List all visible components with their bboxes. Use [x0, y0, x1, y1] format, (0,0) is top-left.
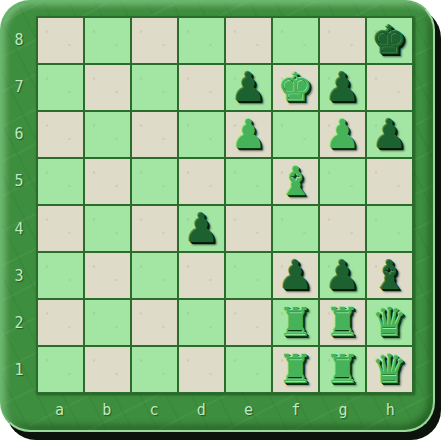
square-f3[interactable]: ♟ — [273, 253, 318, 298]
file-label-c: c — [131, 394, 178, 426]
square-h3[interactable]: ♝ — [367, 253, 412, 298]
square-b4[interactable] — [85, 206, 130, 251]
rank-label-4: 4 — [2, 205, 36, 252]
square-d6[interactable] — [179, 112, 224, 157]
piece-black-pawn[interactable]: ♟ — [372, 112, 408, 157]
piece-black-pawn[interactable]: ♟ — [325, 65, 361, 110]
file-label-h: h — [367, 394, 414, 426]
square-h7[interactable] — [367, 65, 412, 110]
piece-white-queen[interactable]: ♛ — [372, 347, 408, 392]
square-c1[interactable] — [132, 347, 177, 392]
square-e7[interactable]: ♟ — [226, 65, 271, 110]
square-e2[interactable] — [226, 300, 271, 345]
square-d8[interactable] — [179, 18, 224, 63]
square-f2[interactable]: ♜ — [273, 300, 318, 345]
square-b7[interactable] — [85, 65, 130, 110]
square-d7[interactable] — [179, 65, 224, 110]
rank-label-3: 3 — [2, 252, 36, 299]
square-c8[interactable] — [132, 18, 177, 63]
square-e6[interactable]: ♟ — [226, 112, 271, 157]
square-g7[interactable]: ♟ — [320, 65, 365, 110]
piece-white-king[interactable]: ♚ — [278, 65, 314, 110]
square-c6[interactable] — [132, 112, 177, 157]
square-f4[interactable] — [273, 206, 318, 251]
square-d3[interactable] — [179, 253, 224, 298]
square-e3[interactable] — [226, 253, 271, 298]
piece-white-rook[interactable]: ♜ — [278, 347, 314, 392]
square-b3[interactable] — [85, 253, 130, 298]
square-a8[interactable] — [38, 18, 83, 63]
page-root: 87654321 abcdefgh ♚♟♚♟♟♟♟♝♟♟♟♝♜♜♛♜♜♛ — [0, 0, 444, 442]
square-a5[interactable] — [38, 159, 83, 204]
file-label-f: f — [272, 394, 319, 426]
rank-label-7: 7 — [2, 63, 36, 110]
rank-label-6: 6 — [2, 111, 36, 158]
chess-board: ♚♟♚♟♟♟♟♝♟♟♟♝♜♜♛♜♜♛ — [36, 16, 414, 394]
file-label-a: a — [36, 394, 83, 426]
square-a2[interactable] — [38, 300, 83, 345]
square-c4[interactable] — [132, 206, 177, 251]
square-g5[interactable] — [320, 159, 365, 204]
square-b2[interactable] — [85, 300, 130, 345]
file-label-b: b — [83, 394, 130, 426]
piece-white-bishop[interactable]: ♝ — [278, 159, 314, 204]
square-c7[interactable] — [132, 65, 177, 110]
piece-black-pawn[interactable]: ♟ — [278, 253, 314, 298]
file-labels: abcdefgh — [36, 394, 414, 426]
square-d5[interactable] — [179, 159, 224, 204]
square-d2[interactable] — [179, 300, 224, 345]
file-label-g: g — [320, 394, 367, 426]
square-c5[interactable] — [132, 159, 177, 204]
file-label-e: e — [225, 394, 272, 426]
square-g3[interactable]: ♟ — [320, 253, 365, 298]
square-d4[interactable]: ♟ — [179, 206, 224, 251]
square-g6[interactable]: ♟ — [320, 112, 365, 157]
square-f5[interactable]: ♝ — [273, 159, 318, 204]
rank-label-2: 2 — [2, 300, 36, 347]
square-f6[interactable] — [273, 112, 318, 157]
square-c2[interactable] — [132, 300, 177, 345]
rank-labels: 87654321 — [2, 16, 36, 394]
rank-label-1: 1 — [2, 347, 36, 394]
square-a3[interactable] — [38, 253, 83, 298]
square-e8[interactable] — [226, 18, 271, 63]
square-h8[interactable]: ♚ — [367, 18, 412, 63]
square-d1[interactable] — [179, 347, 224, 392]
square-g2[interactable]: ♜ — [320, 300, 365, 345]
square-b1[interactable] — [85, 347, 130, 392]
piece-black-bishop[interactable]: ♝ — [372, 253, 408, 298]
square-g1[interactable]: ♜ — [320, 347, 365, 392]
square-h6[interactable]: ♟ — [367, 112, 412, 157]
piece-black-king[interactable]: ♚ — [372, 18, 408, 63]
square-h4[interactable] — [367, 206, 412, 251]
piece-white-queen[interactable]: ♛ — [372, 300, 408, 345]
square-b5[interactable] — [85, 159, 130, 204]
board-frame: 87654321 abcdefgh ♚♟♚♟♟♟♟♝♟♟♟♝♜♜♛♜♜♛ — [0, 0, 435, 432]
piece-white-pawn[interactable]: ♟ — [231, 112, 267, 157]
square-e1[interactable] — [226, 347, 271, 392]
piece-white-pawn[interactable]: ♟ — [325, 112, 361, 157]
square-a7[interactable] — [38, 65, 83, 110]
square-a6[interactable] — [38, 112, 83, 157]
file-label-d: d — [178, 394, 225, 426]
rank-label-5: 5 — [2, 158, 36, 205]
square-g8[interactable] — [320, 18, 365, 63]
square-h5[interactable] — [367, 159, 412, 204]
square-b6[interactable] — [85, 112, 130, 157]
square-e5[interactable] — [226, 159, 271, 204]
piece-black-pawn[interactable]: ♟ — [184, 206, 220, 251]
square-b8[interactable] — [85, 18, 130, 63]
piece-black-pawn[interactable]: ♟ — [231, 65, 267, 110]
square-h1[interactable]: ♛ — [367, 347, 412, 392]
square-f8[interactable] — [273, 18, 318, 63]
piece-white-rook[interactable]: ♜ — [325, 300, 361, 345]
square-f1[interactable]: ♜ — [273, 347, 318, 392]
piece-black-pawn[interactable]: ♟ — [325, 253, 361, 298]
rank-label-8: 8 — [2, 16, 36, 63]
piece-white-rook[interactable]: ♜ — [325, 347, 361, 392]
square-e4[interactable] — [226, 206, 271, 251]
square-c3[interactable] — [132, 253, 177, 298]
square-g4[interactable] — [320, 206, 365, 251]
square-f7[interactable]: ♚ — [273, 65, 318, 110]
square-a1[interactable] — [38, 347, 83, 392]
square-a4[interactable] — [38, 206, 83, 251]
piece-white-rook[interactable]: ♜ — [278, 300, 314, 345]
square-h2[interactable]: ♛ — [367, 300, 412, 345]
